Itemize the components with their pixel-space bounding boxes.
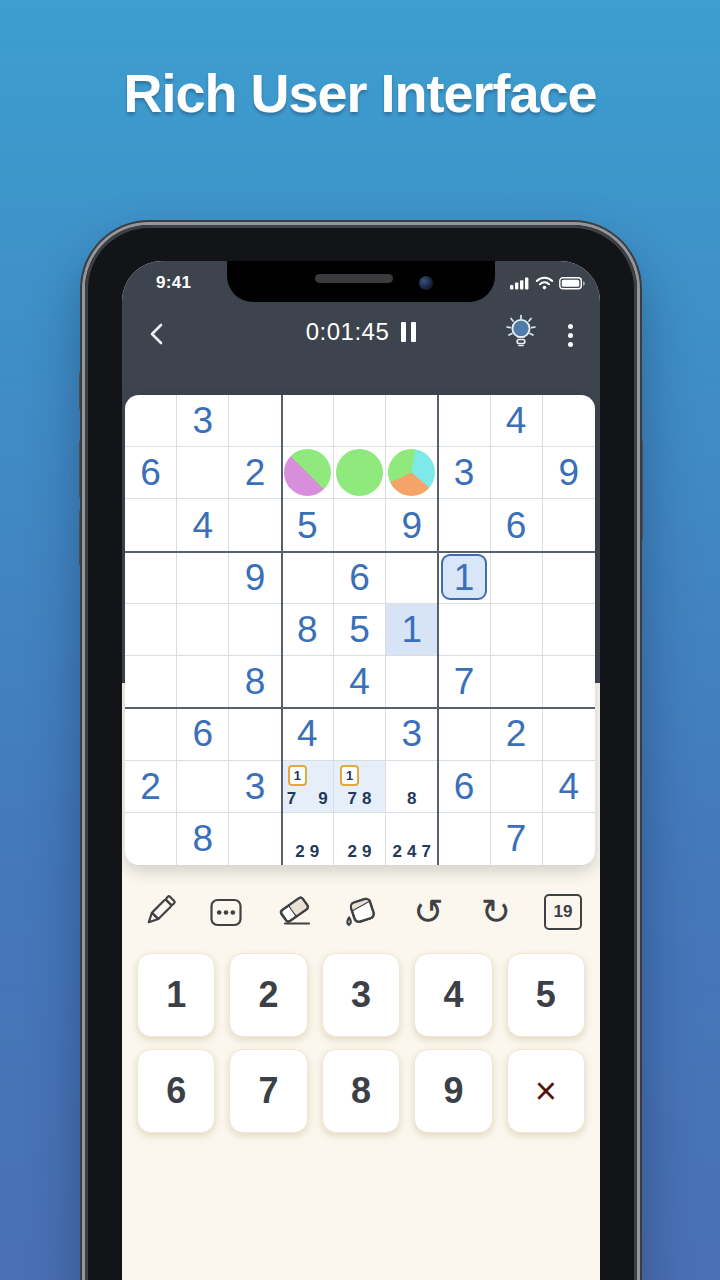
- cell-r6c8[interactable]: [491, 656, 543, 708]
- cell-digit: 3: [454, 454, 475, 491]
- cell-r9c6[interactable]: 247: [386, 813, 438, 865]
- cell-r4c7[interactable]: 1: [438, 552, 490, 604]
- phone-notch: [227, 261, 495, 302]
- camera-icon: [419, 276, 433, 290]
- pie-indicator: [284, 449, 331, 496]
- cell-r7c1[interactable]: [125, 708, 177, 760]
- cell-r1c2[interactable]: 3: [177, 395, 229, 447]
- cell-digit: 9: [559, 454, 580, 491]
- cell-r2c1[interactable]: 6: [125, 447, 177, 499]
- note-badge: 1: [288, 765, 307, 786]
- cell-digit: 9: [401, 507, 422, 544]
- cell-r1c8[interactable]: 4: [491, 395, 543, 447]
- digit-button-1[interactable]: 1: [137, 953, 215, 1037]
- cell-digit: 4: [349, 663, 370, 700]
- cell-digit: 6: [454, 768, 475, 805]
- cell-r3c9[interactable]: [543, 499, 595, 551]
- cell-digit: 6: [506, 507, 527, 544]
- cell-r9c1[interactable]: [125, 813, 177, 865]
- digit-button-7[interactable]: 7: [229, 1049, 307, 1133]
- timer-label: 0:01:45: [306, 318, 390, 346]
- pause-button[interactable]: [401, 322, 416, 342]
- cell-r1c7[interactable]: [438, 395, 490, 447]
- cell-r9c9[interactable]: [543, 813, 595, 865]
- delete-button[interactable]: ×: [507, 1049, 585, 1133]
- box-border-line: [125, 707, 595, 709]
- cell-r3c3[interactable]: [229, 499, 281, 551]
- cell-r3c5[interactable]: [334, 499, 386, 551]
- cell-digit: 3: [245, 768, 266, 805]
- cell-r9c4[interactable]: 29: [282, 813, 334, 865]
- cell-r5c7[interactable]: [438, 604, 490, 656]
- cell-r8c2[interactable]: [177, 761, 229, 813]
- digit-button-4[interactable]: 4: [414, 953, 492, 1037]
- cell-r5c2[interactable]: [177, 604, 229, 656]
- phone-mockup: 9:41: [85, 225, 637, 1280]
- cell-r6c4[interactable]: [282, 656, 334, 708]
- cell-r4c1[interactable]: [125, 552, 177, 604]
- cell-r1c4[interactable]: [282, 395, 334, 447]
- cell-r4c6[interactable]: [386, 552, 438, 604]
- cell-r9c8[interactable]: 7: [491, 813, 543, 865]
- cell-r8c8[interactable]: [491, 761, 543, 813]
- cell-r8c9[interactable]: 4: [543, 761, 595, 813]
- box-border-line: [437, 395, 439, 865]
- app-header: 0:01:45: [122, 308, 600, 360]
- cell-digit: 4: [297, 715, 318, 752]
- cell-r8c7[interactable]: 6: [438, 761, 490, 813]
- eraser-icon[interactable]: [271, 889, 317, 935]
- notes-options-icon[interactable]: [203, 889, 249, 935]
- cell-digit: 6: [349, 559, 370, 596]
- cell-r3c2[interactable]: 4: [177, 499, 229, 551]
- remaining-counter-label: 19: [544, 894, 582, 930]
- cell-r6c5[interactable]: 4: [334, 656, 386, 708]
- cell-r5c9[interactable]: [543, 604, 595, 656]
- cell-r6c6[interactable]: [386, 656, 438, 708]
- cell-r4c4[interactable]: [282, 552, 334, 604]
- cell-r8c3[interactable]: 3: [229, 761, 281, 813]
- cell-digit: 5: [297, 507, 318, 544]
- cell-digit: 3: [401, 715, 422, 752]
- pencil-notes: 79: [282, 790, 333, 807]
- cell-digit: 9: [245, 559, 266, 596]
- cell-r6c2[interactable]: [177, 656, 229, 708]
- hint-bulb-button[interactable]: [504, 314, 538, 352]
- cell-r4c5[interactable]: 6: [334, 552, 386, 604]
- cell-r1c5[interactable]: [334, 395, 386, 447]
- cell-r2c8[interactable]: [491, 447, 543, 499]
- pencil-notes: 8: [386, 790, 437, 807]
- cell-r5c6[interactable]: 1: [386, 604, 438, 656]
- cell-r7c5[interactable]: [334, 708, 386, 760]
- cell-r6c9[interactable]: [543, 656, 595, 708]
- phone-screen: 9:41: [122, 261, 600, 1280]
- cell-r4c9[interactable]: [543, 552, 595, 604]
- box-border-line: [281, 395, 283, 865]
- digit-button-9[interactable]: 9: [414, 1049, 492, 1133]
- pencil-notes: 247: [386, 843, 437, 860]
- signal-icon: [510, 276, 530, 290]
- phone-frame: 9:41: [85, 225, 637, 1280]
- cell-r7c2[interactable]: 6: [177, 708, 229, 760]
- cell-r3c8[interactable]: 6: [491, 499, 543, 551]
- cell-digit: 7: [454, 663, 475, 700]
- cell-digit: 6: [193, 715, 214, 752]
- cell-r1c6[interactable]: [386, 395, 438, 447]
- undo-icon[interactable]: ↺: [405, 889, 451, 935]
- remaining-counter[interactable]: 19: [540, 889, 586, 935]
- cell-digit: 8: [245, 663, 266, 700]
- cell-r7c4[interactable]: 4: [282, 708, 334, 760]
- cell-r7c3[interactable]: [229, 708, 281, 760]
- cell-digit: 2: [245, 454, 266, 491]
- note-badge: 1: [340, 765, 359, 786]
- pencil-notes: 29: [282, 843, 333, 860]
- digit-button-5[interactable]: 5: [507, 953, 585, 1037]
- cell-digit: 8: [193, 820, 214, 857]
- pencil-notes: 78: [334, 790, 385, 807]
- cell-digit: 4: [193, 507, 214, 544]
- wifi-icon: [535, 276, 554, 290]
- cell-r2c5[interactable]: [334, 447, 386, 499]
- cell-r3c6[interactable]: 9: [386, 499, 438, 551]
- cell-r4c3[interactable]: 9: [229, 552, 281, 604]
- cell-r2c9[interactable]: 9: [543, 447, 595, 499]
- cell-r5c8[interactable]: [491, 604, 543, 656]
- box-border-line: [125, 551, 595, 553]
- digit-button-6[interactable]: 6: [137, 1049, 215, 1133]
- sudoku-board: 3462394596961851847643223179178864829292…: [125, 395, 595, 865]
- pie-indicator: [336, 449, 383, 496]
- cell-r9c5[interactable]: 29: [334, 813, 386, 865]
- cell-r3c1[interactable]: [125, 499, 177, 551]
- cell-r8c4[interactable]: 179: [282, 761, 334, 813]
- cell-r6c1[interactable]: [125, 656, 177, 708]
- cell-digit: 3: [193, 402, 214, 439]
- pencil-notes: 29: [334, 843, 385, 860]
- cell-r2c7[interactable]: 3: [438, 447, 490, 499]
- numpad: 123456789×: [137, 953, 585, 1133]
- digit-button-8[interactable]: 8: [322, 1049, 400, 1133]
- cell-r7c6[interactable]: 3: [386, 708, 438, 760]
- cell-digit: 4: [506, 402, 527, 439]
- paint-pour-icon[interactable]: [338, 889, 384, 935]
- cell-r6c7[interactable]: 7: [438, 656, 490, 708]
- cell-r5c4[interactable]: 8: [282, 604, 334, 656]
- pencil-icon[interactable]: [136, 889, 182, 935]
- cell-r2c2[interactable]: [177, 447, 229, 499]
- cell-r4c8[interactable]: [491, 552, 543, 604]
- kebab-menu-button[interactable]: [562, 320, 578, 350]
- cell-r8c5[interactable]: 178: [334, 761, 386, 813]
- cell-r9c7[interactable]: [438, 813, 490, 865]
- cell-r2c6[interactable]: [386, 447, 438, 499]
- redo-icon[interactable]: ↻: [473, 889, 519, 935]
- selected-cell-box: 1: [441, 554, 487, 600]
- cell-r7c7[interactable]: [438, 708, 490, 760]
- cell-r3c7[interactable]: [438, 499, 490, 551]
- cell-r9c3[interactable]: [229, 813, 281, 865]
- cell-r1c3[interactable]: [229, 395, 281, 447]
- cell-r5c5[interactable]: 5: [334, 604, 386, 656]
- cell-digit: 2: [140, 768, 161, 805]
- cell-r5c3[interactable]: [229, 604, 281, 656]
- digit-button-3[interactable]: 3: [322, 953, 400, 1037]
- cell-r6c3[interactable]: 8: [229, 656, 281, 708]
- cell-digit: 7: [506, 820, 527, 857]
- cell-r3c4[interactable]: 5: [282, 499, 334, 551]
- toolbar: ↺ ↻ 19: [122, 888, 600, 936]
- cell-r2c3[interactable]: 2: [229, 447, 281, 499]
- cell-r1c9[interactable]: [543, 395, 595, 447]
- digit-button-2[interactable]: 2: [229, 953, 307, 1037]
- cell-r7c9[interactable]: [543, 708, 595, 760]
- cell-r9c2[interactable]: 8: [177, 813, 229, 865]
- cell-digit: 4: [559, 768, 580, 805]
- cell-digit: 6: [140, 454, 161, 491]
- battery-icon: [559, 277, 586, 290]
- cell-r5c1[interactable]: [125, 604, 177, 656]
- cell-digit: 5: [349, 611, 370, 648]
- cell-r7c8[interactable]: 2: [491, 708, 543, 760]
- page-title: Rich User Interface: [0, 62, 720, 124]
- cell-r8c1[interactable]: 2: [125, 761, 177, 813]
- cell-r4c2[interactable]: [177, 552, 229, 604]
- cell-r1c1[interactable]: [125, 395, 177, 447]
- cell-r2c4[interactable]: [282, 447, 334, 499]
- status-time: 9:41: [156, 273, 191, 293]
- speaker-icon: [315, 274, 393, 283]
- cell-digit: 8: [297, 611, 318, 648]
- cell-digit: 1: [401, 611, 422, 648]
- cell-r8c6[interactable]: 8: [386, 761, 438, 813]
- pie-indicator: [388, 449, 435, 496]
- cell-digit: 2: [506, 715, 527, 752]
